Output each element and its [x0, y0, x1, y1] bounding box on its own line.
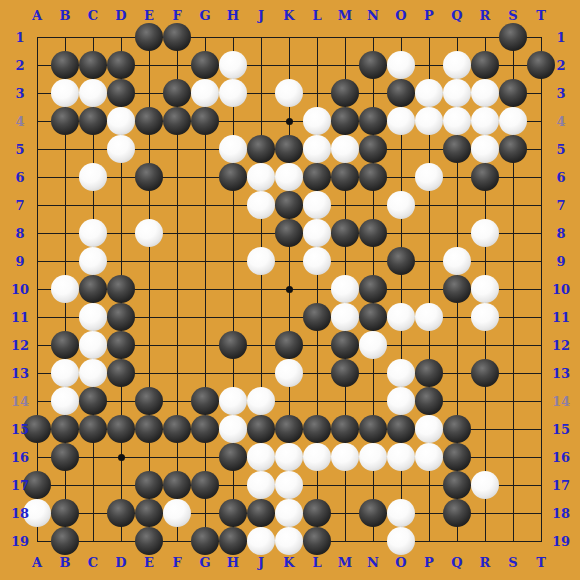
intersection-a2[interactable]: [23, 51, 51, 79]
intersection-n11[interactable]: [359, 303, 387, 331]
intersection-p9[interactable]: [415, 247, 443, 275]
intersection-a5[interactable]: [23, 135, 51, 163]
intersection-o19[interactable]: [387, 527, 415, 555]
intersection-s5[interactable]: [499, 135, 527, 163]
intersection-a1[interactable]: [23, 23, 51, 51]
intersection-l5[interactable]: [303, 135, 331, 163]
intersection-p12[interactable]: [415, 331, 443, 359]
intersection-j15[interactable]: [247, 415, 275, 443]
intersection-r9[interactable]: [471, 247, 499, 275]
intersection-m19[interactable]: [331, 527, 359, 555]
intersection-r8[interactable]: [471, 219, 499, 247]
intersection-g9[interactable]: [191, 247, 219, 275]
intersection-s3[interactable]: [499, 79, 527, 107]
intersection-f2[interactable]: [163, 51, 191, 79]
intersection-c2[interactable]: [79, 51, 107, 79]
intersection-d10[interactable]: [107, 275, 135, 303]
intersection-d11[interactable]: [107, 303, 135, 331]
intersection-g5[interactable]: [191, 135, 219, 163]
intersection-b14[interactable]: [51, 387, 79, 415]
intersection-g6[interactable]: [191, 163, 219, 191]
intersection-h17[interactable]: [219, 471, 247, 499]
intersection-e8[interactable]: [135, 219, 163, 247]
intersection-m12[interactable]: [331, 331, 359, 359]
intersection-d14[interactable]: [107, 387, 135, 415]
intersection-e11[interactable]: [135, 303, 163, 331]
intersection-r12[interactable]: [471, 331, 499, 359]
intersection-o13[interactable]: [387, 359, 415, 387]
intersection-p5[interactable]: [415, 135, 443, 163]
intersection-l6[interactable]: [303, 163, 331, 191]
intersection-k2[interactable]: [275, 51, 303, 79]
intersection-l14[interactable]: [303, 387, 331, 415]
intersection-m5[interactable]: [331, 135, 359, 163]
intersection-t15[interactable]: [527, 415, 555, 443]
intersection-e7[interactable]: [135, 191, 163, 219]
intersection-q13[interactable]: [443, 359, 471, 387]
intersection-k17[interactable]: [275, 471, 303, 499]
intersection-r4[interactable]: [471, 107, 499, 135]
intersection-q18[interactable]: [443, 499, 471, 527]
intersection-r10[interactable]: [471, 275, 499, 303]
intersection-e2[interactable]: [135, 51, 163, 79]
intersection-s10[interactable]: [499, 275, 527, 303]
intersection-e13[interactable]: [135, 359, 163, 387]
intersection-m13[interactable]: [331, 359, 359, 387]
intersection-a8[interactable]: [23, 219, 51, 247]
intersection-s18[interactable]: [499, 499, 527, 527]
intersection-e16[interactable]: [135, 443, 163, 471]
intersection-r13[interactable]: [471, 359, 499, 387]
intersection-k18[interactable]: [275, 499, 303, 527]
intersection-b1[interactable]: [51, 23, 79, 51]
intersection-q4[interactable]: [443, 107, 471, 135]
intersection-j17[interactable]: [247, 471, 275, 499]
intersection-q6[interactable]: [443, 163, 471, 191]
intersection-c18[interactable]: [79, 499, 107, 527]
intersection-g16[interactable]: [191, 443, 219, 471]
intersection-b3[interactable]: [51, 79, 79, 107]
intersection-t13[interactable]: [527, 359, 555, 387]
intersection-t11[interactable]: [527, 303, 555, 331]
intersection-g14[interactable]: [191, 387, 219, 415]
intersection-q14[interactable]: [443, 387, 471, 415]
intersection-b12[interactable]: [51, 331, 79, 359]
intersection-m17[interactable]: [331, 471, 359, 499]
intersection-s13[interactable]: [499, 359, 527, 387]
intersection-p7[interactable]: [415, 191, 443, 219]
intersection-c8[interactable]: [79, 219, 107, 247]
intersection-o11[interactable]: [387, 303, 415, 331]
intersection-h18[interactable]: [219, 499, 247, 527]
intersection-d9[interactable]: [107, 247, 135, 275]
intersection-l17[interactable]: [303, 471, 331, 499]
intersection-n15[interactable]: [359, 415, 387, 443]
intersection-c7[interactable]: [79, 191, 107, 219]
intersection-h8[interactable]: [219, 219, 247, 247]
intersection-f16[interactable]: [163, 443, 191, 471]
intersection-c12[interactable]: [79, 331, 107, 359]
intersection-k10[interactable]: [275, 275, 303, 303]
intersection-h12[interactable]: [219, 331, 247, 359]
intersection-d16[interactable]: [107, 443, 135, 471]
intersection-q16[interactable]: [443, 443, 471, 471]
intersection-h14[interactable]: [219, 387, 247, 415]
intersection-p18[interactable]: [415, 499, 443, 527]
intersection-l11[interactable]: [303, 303, 331, 331]
intersection-g7[interactable]: [191, 191, 219, 219]
intersection-j13[interactable]: [247, 359, 275, 387]
intersection-r16[interactable]: [471, 443, 499, 471]
intersection-f9[interactable]: [163, 247, 191, 275]
intersection-e17[interactable]: [135, 471, 163, 499]
intersection-f14[interactable]: [163, 387, 191, 415]
intersection-g17[interactable]: [191, 471, 219, 499]
intersection-o1[interactable]: [387, 23, 415, 51]
intersection-g19[interactable]: [191, 527, 219, 555]
intersection-l10[interactable]: [303, 275, 331, 303]
intersection-e1[interactable]: [135, 23, 163, 51]
intersection-r2[interactable]: [471, 51, 499, 79]
intersection-j7[interactable]: [247, 191, 275, 219]
intersection-c6[interactable]: [79, 163, 107, 191]
intersection-q1[interactable]: [443, 23, 471, 51]
intersection-h3[interactable]: [219, 79, 247, 107]
intersection-g18[interactable]: [191, 499, 219, 527]
intersection-s17[interactable]: [499, 471, 527, 499]
intersection-d6[interactable]: [107, 163, 135, 191]
intersection-m3[interactable]: [331, 79, 359, 107]
intersection-p1[interactable]: [415, 23, 443, 51]
intersection-e14[interactable]: [135, 387, 163, 415]
intersection-a6[interactable]: [23, 163, 51, 191]
intersection-h11[interactable]: [219, 303, 247, 331]
intersection-o14[interactable]: [387, 387, 415, 415]
intersection-n12[interactable]: [359, 331, 387, 359]
intersection-h5[interactable]: [219, 135, 247, 163]
intersection-n5[interactable]: [359, 135, 387, 163]
intersection-f15[interactable]: [163, 415, 191, 443]
intersection-c9[interactable]: [79, 247, 107, 275]
intersection-d8[interactable]: [107, 219, 135, 247]
intersection-s12[interactable]: [499, 331, 527, 359]
intersection-t7[interactable]: [527, 191, 555, 219]
intersection-j19[interactable]: [247, 527, 275, 555]
intersection-j6[interactable]: [247, 163, 275, 191]
intersection-h9[interactable]: [219, 247, 247, 275]
intersection-q5[interactable]: [443, 135, 471, 163]
intersection-o5[interactable]: [387, 135, 415, 163]
intersection-e18[interactable]: [135, 499, 163, 527]
intersection-b7[interactable]: [51, 191, 79, 219]
intersection-e19[interactable]: [135, 527, 163, 555]
intersection-p10[interactable]: [415, 275, 443, 303]
intersection-n10[interactable]: [359, 275, 387, 303]
intersection-r7[interactable]: [471, 191, 499, 219]
intersection-t17[interactable]: [527, 471, 555, 499]
intersection-j1[interactable]: [247, 23, 275, 51]
intersection-e10[interactable]: [135, 275, 163, 303]
intersection-b5[interactable]: [51, 135, 79, 163]
intersection-c14[interactable]: [79, 387, 107, 415]
intersection-r19[interactable]: [471, 527, 499, 555]
intersection-b4[interactable]: [51, 107, 79, 135]
intersection-c5[interactable]: [79, 135, 107, 163]
intersection-h7[interactable]: [219, 191, 247, 219]
intersection-m8[interactable]: [331, 219, 359, 247]
intersection-f8[interactable]: [163, 219, 191, 247]
intersection-f10[interactable]: [163, 275, 191, 303]
intersection-j5[interactable]: [247, 135, 275, 163]
intersection-e15[interactable]: [135, 415, 163, 443]
intersection-g2[interactable]: [191, 51, 219, 79]
intersection-d13[interactable]: [107, 359, 135, 387]
intersection-e6[interactable]: [135, 163, 163, 191]
intersection-d15[interactable]: [107, 415, 135, 443]
intersection-n8[interactable]: [359, 219, 387, 247]
intersection-s15[interactable]: [499, 415, 527, 443]
intersection-t10[interactable]: [527, 275, 555, 303]
intersection-o18[interactable]: [387, 499, 415, 527]
intersection-c13[interactable]: [79, 359, 107, 387]
intersection-e9[interactable]: [135, 247, 163, 275]
intersection-d18[interactable]: [107, 499, 135, 527]
intersection-c10[interactable]: [79, 275, 107, 303]
intersection-d7[interactable]: [107, 191, 135, 219]
intersection-h1[interactable]: [219, 23, 247, 51]
intersection-b17[interactable]: [51, 471, 79, 499]
intersection-q10[interactable]: [443, 275, 471, 303]
intersection-m2[interactable]: [331, 51, 359, 79]
intersection-f11[interactable]: [163, 303, 191, 331]
intersection-l18[interactable]: [303, 499, 331, 527]
intersection-j10[interactable]: [247, 275, 275, 303]
intersection-t14[interactable]: [527, 387, 555, 415]
intersection-t5[interactable]: [527, 135, 555, 163]
intersection-e12[interactable]: [135, 331, 163, 359]
intersection-b18[interactable]: [51, 499, 79, 527]
intersection-k13[interactable]: [275, 359, 303, 387]
intersection-f19[interactable]: [163, 527, 191, 555]
intersection-c1[interactable]: [79, 23, 107, 51]
intersection-s8[interactable]: [499, 219, 527, 247]
intersection-o4[interactable]: [387, 107, 415, 135]
intersection-g15[interactable]: [191, 415, 219, 443]
intersection-s6[interactable]: [499, 163, 527, 191]
intersection-j2[interactable]: [247, 51, 275, 79]
intersection-l4[interactable]: [303, 107, 331, 135]
intersection-r5[interactable]: [471, 135, 499, 163]
intersection-f7[interactable]: [163, 191, 191, 219]
intersection-l8[interactable]: [303, 219, 331, 247]
intersection-p2[interactable]: [415, 51, 443, 79]
intersection-j16[interactable]: [247, 443, 275, 471]
intersection-t18[interactable]: [527, 499, 555, 527]
intersection-k16[interactable]: [275, 443, 303, 471]
intersection-m14[interactable]: [331, 387, 359, 415]
intersection-q15[interactable]: [443, 415, 471, 443]
intersection-p15[interactable]: [415, 415, 443, 443]
intersection-c15[interactable]: [79, 415, 107, 443]
intersection-j3[interactable]: [247, 79, 275, 107]
intersection-f13[interactable]: [163, 359, 191, 387]
intersection-s19[interactable]: [499, 527, 527, 555]
intersection-d3[interactable]: [107, 79, 135, 107]
intersection-p8[interactable]: [415, 219, 443, 247]
intersection-c17[interactable]: [79, 471, 107, 499]
intersection-p17[interactable]: [415, 471, 443, 499]
intersection-e4[interactable]: [135, 107, 163, 135]
intersection-l1[interactable]: [303, 23, 331, 51]
intersection-b16[interactable]: [51, 443, 79, 471]
intersection-c16[interactable]: [79, 443, 107, 471]
intersection-t19[interactable]: [527, 527, 555, 555]
intersection-r6[interactable]: [471, 163, 499, 191]
intersection-o10[interactable]: [387, 275, 415, 303]
intersection-o3[interactable]: [387, 79, 415, 107]
intersection-j14[interactable]: [247, 387, 275, 415]
intersection-t6[interactable]: [527, 163, 555, 191]
intersection-q19[interactable]: [443, 527, 471, 555]
intersection-q2[interactable]: [443, 51, 471, 79]
intersection-p6[interactable]: [415, 163, 443, 191]
intersection-r14[interactable]: [471, 387, 499, 415]
intersection-p13[interactable]: [415, 359, 443, 387]
intersection-s1[interactable]: [499, 23, 527, 51]
intersection-n6[interactable]: [359, 163, 387, 191]
intersection-g13[interactable]: [191, 359, 219, 387]
intersection-k5[interactable]: [275, 135, 303, 163]
intersection-h13[interactable]: [219, 359, 247, 387]
intersection-p14[interactable]: [415, 387, 443, 415]
intersection-t16[interactable]: [527, 443, 555, 471]
intersection-t1[interactable]: [527, 23, 555, 51]
intersection-o7[interactable]: [387, 191, 415, 219]
intersection-l12[interactable]: [303, 331, 331, 359]
intersection-s2[interactable]: [499, 51, 527, 79]
intersection-b8[interactable]: [51, 219, 79, 247]
intersection-j4[interactable]: [247, 107, 275, 135]
intersection-b13[interactable]: [51, 359, 79, 387]
intersection-q12[interactable]: [443, 331, 471, 359]
intersection-d1[interactable]: [107, 23, 135, 51]
intersection-n9[interactable]: [359, 247, 387, 275]
intersection-p19[interactable]: [415, 527, 443, 555]
intersection-h6[interactable]: [219, 163, 247, 191]
intersection-j18[interactable]: [247, 499, 275, 527]
intersection-q11[interactable]: [443, 303, 471, 331]
intersection-h10[interactable]: [219, 275, 247, 303]
intersection-f6[interactable]: [163, 163, 191, 191]
intersection-h19[interactable]: [219, 527, 247, 555]
intersection-b9[interactable]: [51, 247, 79, 275]
intersection-m1[interactable]: [331, 23, 359, 51]
intersection-k11[interactable]: [275, 303, 303, 331]
intersection-q17[interactable]: [443, 471, 471, 499]
intersection-f18[interactable]: [163, 499, 191, 527]
intersection-r11[interactable]: [471, 303, 499, 331]
intersection-n17[interactable]: [359, 471, 387, 499]
intersection-q7[interactable]: [443, 191, 471, 219]
intersection-p11[interactable]: [415, 303, 443, 331]
intersection-s4[interactable]: [499, 107, 527, 135]
intersection-g12[interactable]: [191, 331, 219, 359]
intersection-d17[interactable]: [107, 471, 135, 499]
intersection-b10[interactable]: [51, 275, 79, 303]
intersection-o15[interactable]: [387, 415, 415, 443]
intersection-f5[interactable]: [163, 135, 191, 163]
intersection-f3[interactable]: [163, 79, 191, 107]
intersection-d5[interactable]: [107, 135, 135, 163]
intersection-o8[interactable]: [387, 219, 415, 247]
intersection-d12[interactable]: [107, 331, 135, 359]
intersection-h15[interactable]: [219, 415, 247, 443]
intersection-s14[interactable]: [499, 387, 527, 415]
intersection-k12[interactable]: [275, 331, 303, 359]
intersection-e3[interactable]: [135, 79, 163, 107]
intersection-n2[interactable]: [359, 51, 387, 79]
intersection-c3[interactable]: [79, 79, 107, 107]
intersection-m9[interactable]: [331, 247, 359, 275]
intersection-n16[interactable]: [359, 443, 387, 471]
intersection-k7[interactable]: [275, 191, 303, 219]
intersection-j11[interactable]: [247, 303, 275, 331]
intersection-g8[interactable]: [191, 219, 219, 247]
intersection-n7[interactable]: [359, 191, 387, 219]
intersection-q9[interactable]: [443, 247, 471, 275]
intersection-a4[interactable]: [23, 107, 51, 135]
intersection-m16[interactable]: [331, 443, 359, 471]
intersection-b15[interactable]: [51, 415, 79, 443]
intersection-l3[interactable]: [303, 79, 331, 107]
intersection-l2[interactable]: [303, 51, 331, 79]
intersection-g10[interactable]: [191, 275, 219, 303]
intersection-t9[interactable]: [527, 247, 555, 275]
intersection-t12[interactable]: [527, 331, 555, 359]
intersection-r1[interactable]: [471, 23, 499, 51]
intersection-a3[interactable]: [23, 79, 51, 107]
intersection-k19[interactable]: [275, 527, 303, 555]
intersection-c4[interactable]: [79, 107, 107, 135]
intersection-n18[interactable]: [359, 499, 387, 527]
intersection-c19[interactable]: [79, 527, 107, 555]
intersection-d19[interactable]: [107, 527, 135, 555]
intersection-p4[interactable]: [415, 107, 443, 135]
intersection-r3[interactable]: [471, 79, 499, 107]
intersection-l7[interactable]: [303, 191, 331, 219]
intersection-h16[interactable]: [219, 443, 247, 471]
intersection-q8[interactable]: [443, 219, 471, 247]
intersection-m10[interactable]: [331, 275, 359, 303]
intersection-d4[interactable]: [107, 107, 135, 135]
intersection-l9[interactable]: [303, 247, 331, 275]
intersection-g3[interactable]: [191, 79, 219, 107]
intersection-m18[interactable]: [331, 499, 359, 527]
intersection-p3[interactable]: [415, 79, 443, 107]
intersection-m6[interactable]: [331, 163, 359, 191]
intersection-t2[interactable]: [527, 51, 555, 79]
intersection-d2[interactable]: [107, 51, 135, 79]
intersection-o16[interactable]: [387, 443, 415, 471]
intersection-k4[interactable]: [275, 107, 303, 135]
intersection-p16[interactable]: [415, 443, 443, 471]
intersection-g11[interactable]: [191, 303, 219, 331]
intersection-r15[interactable]: [471, 415, 499, 443]
intersection-a9[interactable]: [23, 247, 51, 275]
intersection-r18[interactable]: [471, 499, 499, 527]
intersection-k8[interactable]: [275, 219, 303, 247]
intersection-k14[interactable]: [275, 387, 303, 415]
